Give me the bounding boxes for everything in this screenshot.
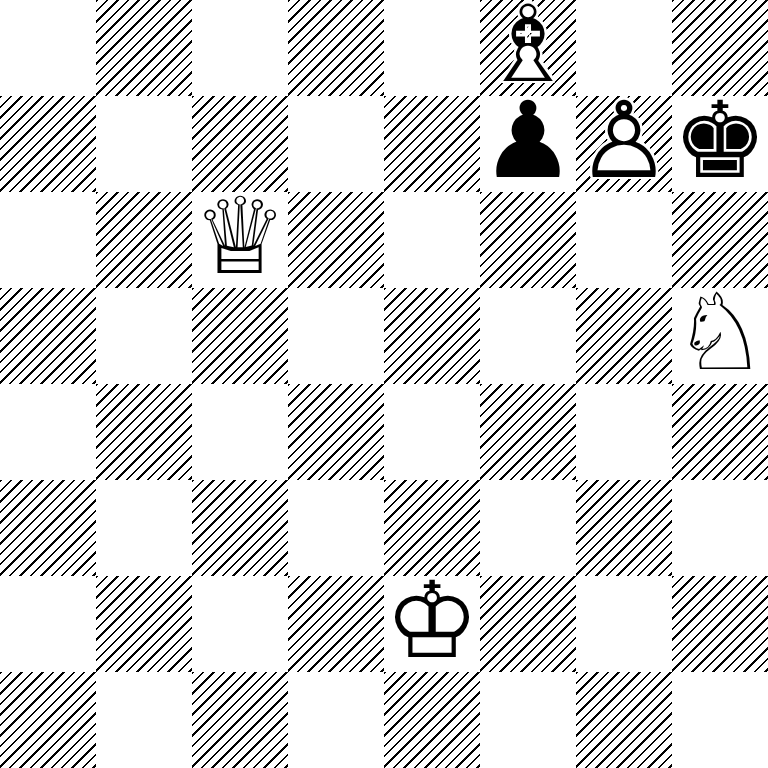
square-a1[interactable] — [0, 672, 96, 768]
white-queen-fill-glyph: ♛ — [192, 184, 287, 290]
square-h6[interactable] — [672, 192, 768, 288]
square-b5[interactable] — [96, 288, 192, 384]
square-f3[interactable] — [480, 480, 576, 576]
square-a3[interactable] — [0, 480, 96, 576]
square-e8[interactable] — [384, 0, 480, 96]
square-f1[interactable] — [480, 672, 576, 768]
square-d1[interactable] — [288, 672, 384, 768]
white-bishop-fill-glyph: ♝ — [480, 0, 575, 98]
square-e4[interactable] — [384, 384, 480, 480]
square-b7[interactable] — [96, 96, 192, 192]
square-b8[interactable] — [96, 0, 192, 96]
piece-white-pawn: ♟♙ — [576, 96, 672, 192]
square-e5[interactable] — [384, 288, 480, 384]
square-h1[interactable] — [672, 672, 768, 768]
square-d2[interactable] — [288, 576, 384, 672]
square-g3[interactable] — [576, 480, 672, 576]
square-a5[interactable] — [0, 288, 96, 384]
square-e1[interactable] — [384, 672, 480, 768]
piece-black-king: ♚ — [672, 96, 768, 192]
square-c4[interactable] — [192, 384, 288, 480]
square-g5[interactable] — [576, 288, 672, 384]
square-a8[interactable] — [0, 0, 96, 96]
square-e3[interactable] — [384, 480, 480, 576]
white-queen-glyph: ♕ — [192, 184, 287, 290]
white-bishop-glyph: ♗ — [480, 0, 575, 98]
white-knight-glyph: ♘ — [672, 280, 767, 386]
square-g6[interactable] — [576, 192, 672, 288]
square-e6[interactable] — [384, 192, 480, 288]
chess-diagram: ♝♗♟♟♙♚♛♕♞♘♚♔ — [0, 0, 768, 768]
square-h5[interactable]: ♞♘ — [672, 288, 768, 384]
chess-board: ♝♗♟♟♙♚♛♕♞♘♚♔ — [0, 0, 768, 768]
white-knight-fill-glyph: ♞ — [672, 280, 767, 386]
square-c8[interactable] — [192, 0, 288, 96]
square-b4[interactable] — [96, 384, 192, 480]
square-d8[interactable] — [288, 0, 384, 96]
square-h2[interactable] — [672, 576, 768, 672]
square-f6[interactable] — [480, 192, 576, 288]
square-a7[interactable] — [0, 96, 96, 192]
square-d3[interactable] — [288, 480, 384, 576]
square-c7[interactable] — [192, 96, 288, 192]
square-c5[interactable] — [192, 288, 288, 384]
square-e2[interactable]: ♚♔ — [384, 576, 480, 672]
square-h7[interactable]: ♚ — [672, 96, 768, 192]
square-f4[interactable] — [480, 384, 576, 480]
square-b1[interactable] — [96, 672, 192, 768]
square-b6[interactable] — [96, 192, 192, 288]
square-d6[interactable] — [288, 192, 384, 288]
square-g2[interactable] — [576, 576, 672, 672]
square-f8[interactable]: ♝♗ — [480, 0, 576, 96]
square-b3[interactable] — [96, 480, 192, 576]
square-f2[interactable] — [480, 576, 576, 672]
square-f5[interactable] — [480, 288, 576, 384]
piece-white-queen: ♛♕ — [192, 192, 288, 288]
white-king-glyph: ♔ — [384, 568, 479, 674]
white-pawn-fill-glyph: ♟ — [576, 88, 671, 194]
square-h4[interactable] — [672, 384, 768, 480]
square-g7[interactable]: ♟♙ — [576, 96, 672, 192]
square-d7[interactable] — [288, 96, 384, 192]
square-c3[interactable] — [192, 480, 288, 576]
square-h8[interactable] — [672, 0, 768, 96]
square-a4[interactable] — [0, 384, 96, 480]
square-c1[interactable] — [192, 672, 288, 768]
piece-white-knight: ♞♘ — [672, 288, 768, 384]
square-d5[interactable] — [288, 288, 384, 384]
piece-white-bishop: ♝♗ — [480, 0, 576, 96]
square-c2[interactable] — [192, 576, 288, 672]
square-g1[interactable] — [576, 672, 672, 768]
white-king-fill-glyph: ♚ — [384, 568, 479, 674]
white-pawn-glyph: ♙ — [576, 88, 671, 194]
square-a6[interactable] — [0, 192, 96, 288]
black-king-glyph: ♚ — [672, 88, 767, 194]
square-f7[interactable]: ♟ — [480, 96, 576, 192]
black-pawn-glyph: ♟ — [480, 88, 575, 194]
square-g4[interactable] — [576, 384, 672, 480]
piece-white-king: ♚♔ — [384, 576, 480, 672]
square-h3[interactable] — [672, 480, 768, 576]
square-c6[interactable]: ♛♕ — [192, 192, 288, 288]
square-d4[interactable] — [288, 384, 384, 480]
piece-black-pawn: ♟ — [480, 96, 576, 192]
square-b2[interactable] — [96, 576, 192, 672]
square-a2[interactable] — [0, 576, 96, 672]
square-e7[interactable] — [384, 96, 480, 192]
square-g8[interactable] — [576, 0, 672, 96]
